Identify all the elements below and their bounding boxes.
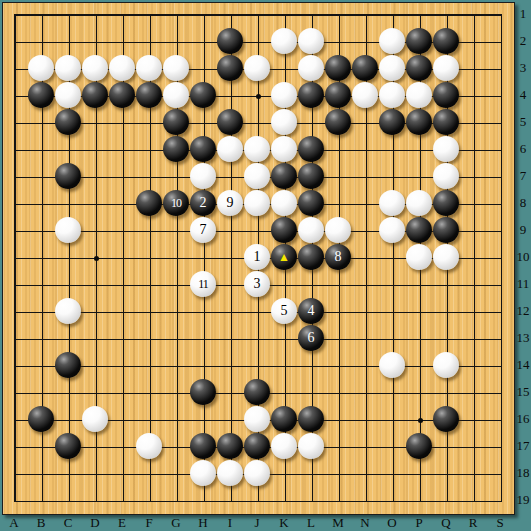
black-stone-G6[interactable] [163, 136, 189, 162]
move-number-7: 7 [200, 223, 207, 237]
white-stone-H7[interactable] [190, 163, 216, 189]
row-label-15: 15 [517, 384, 530, 400]
black-stone-I2[interactable] [217, 28, 243, 54]
column-label-R: R [469, 515, 478, 531]
white-stone-J10[interactable]: 1 [244, 244, 270, 270]
white-stone-K4[interactable] [271, 82, 297, 108]
white-stone-Q3[interactable] [433, 55, 459, 81]
white-stone-H9[interactable]: 7 [190, 217, 216, 243]
black-stone-L4[interactable] [298, 82, 324, 108]
column-label-N: N [360, 515, 369, 531]
white-stone-C3[interactable] [55, 55, 81, 81]
column-label-S: S [496, 515, 503, 531]
white-stone-O4[interactable] [379, 82, 405, 108]
column-label-F: F [145, 515, 152, 531]
row-label-12: 12 [517, 303, 530, 319]
white-stone-E3[interactable] [109, 55, 135, 81]
white-stone-J16[interactable] [244, 406, 270, 432]
black-stone-L12[interactable]: 4 [298, 298, 324, 324]
white-stone-J6[interactable] [244, 136, 270, 162]
row-label-1: 1 [520, 6, 527, 22]
black-stone-P17[interactable] [406, 433, 432, 459]
black-stone-H8[interactable]: 2 [190, 190, 216, 216]
white-stone-F3[interactable] [136, 55, 162, 81]
white-stone-C4[interactable] [55, 82, 81, 108]
black-stone-D4[interactable] [82, 82, 108, 108]
black-stone-G5[interactable] [163, 109, 189, 135]
row-label-4: 4 [520, 87, 527, 103]
white-stone-I8[interactable]: 9 [217, 190, 243, 216]
white-stone-J18[interactable] [244, 460, 270, 486]
row-label-16: 16 [517, 411, 530, 427]
white-stone-Q6[interactable] [433, 136, 459, 162]
black-stone-F8[interactable] [136, 190, 162, 216]
black-stone-C5[interactable] [55, 109, 81, 135]
column-label-M: M [332, 515, 344, 531]
black-stone-L16[interactable] [298, 406, 324, 432]
row-label-13: 13 [517, 330, 530, 346]
white-stone-J11[interactable]: 3 [244, 271, 270, 297]
row-label-8: 8 [520, 195, 527, 211]
white-stone-O9[interactable] [379, 217, 405, 243]
black-stone-M3[interactable] [325, 55, 351, 81]
black-stone-P9[interactable] [406, 217, 432, 243]
goban-wood: 102971▲8113546 [2, 2, 515, 515]
white-stone-L2[interactable] [298, 28, 324, 54]
black-stone-M5[interactable] [325, 109, 351, 135]
white-stone-C9[interactable] [55, 217, 81, 243]
black-stone-J15[interactable] [244, 379, 270, 405]
white-stone-O8[interactable] [379, 190, 405, 216]
black-stone-F4[interactable] [136, 82, 162, 108]
white-stone-H18[interactable] [190, 460, 216, 486]
white-stone-N4[interactable] [352, 82, 378, 108]
white-stone-K17[interactable] [271, 433, 297, 459]
black-stone-I5[interactable] [217, 109, 243, 135]
white-stone-I18[interactable] [217, 460, 243, 486]
black-stone-P5[interactable] [406, 109, 432, 135]
row-label-14: 14 [517, 357, 530, 373]
black-stone-Q2[interactable] [433, 28, 459, 54]
column-label-L: L [307, 515, 315, 531]
column-label-J: J [254, 515, 259, 531]
column-label-O: O [387, 515, 396, 531]
column-label-K: K [279, 515, 288, 531]
white-stone-K6[interactable] [271, 136, 297, 162]
black-stone-O5[interactable] [379, 109, 405, 135]
column-label-H: H [198, 515, 207, 531]
move-number-6: 6 [308, 331, 315, 345]
black-stone-B4[interactable] [28, 82, 54, 108]
black-stone-H6[interactable] [190, 136, 216, 162]
white-stone-L9[interactable] [298, 217, 324, 243]
black-stone-M10[interactable]: 8 [325, 244, 351, 270]
white-stone-K2[interactable] [271, 28, 297, 54]
black-stone-L8[interactable] [298, 190, 324, 216]
black-stone-C17[interactable] [55, 433, 81, 459]
white-stone-K5[interactable] [271, 109, 297, 135]
move-number-11: 11 [198, 278, 208, 290]
white-stone-I6[interactable] [217, 136, 243, 162]
black-stone-K9[interactable] [271, 217, 297, 243]
white-stone-J8[interactable] [244, 190, 270, 216]
white-stone-J3[interactable] [244, 55, 270, 81]
black-stone-L10[interactable] [298, 244, 324, 270]
star-point-P16 [418, 418, 423, 423]
white-stone-G4[interactable] [163, 82, 189, 108]
black-stone-L6[interactable] [298, 136, 324, 162]
row-label-19: 19 [517, 492, 530, 508]
black-stone-J17[interactable] [244, 433, 270, 459]
row-label-9: 9 [520, 222, 527, 238]
white-stone-P10[interactable] [406, 244, 432, 270]
white-stone-D16[interactable] [82, 406, 108, 432]
white-stone-Q14[interactable] [433, 352, 459, 378]
black-stone-Q5[interactable] [433, 109, 459, 135]
black-stone-H15[interactable] [190, 379, 216, 405]
move-number-8: 8 [335, 250, 342, 264]
white-stone-M9[interactable] [325, 217, 351, 243]
row-label-11: 11 [517, 276, 530, 292]
black-stone-P3[interactable] [406, 55, 432, 81]
white-stone-C12[interactable] [55, 298, 81, 324]
white-stone-L17[interactable] [298, 433, 324, 459]
white-stone-K8[interactable] [271, 190, 297, 216]
white-stone-K12[interactable]: 5 [271, 298, 297, 324]
row-label-18: 18 [517, 465, 530, 481]
white-stone-O14[interactable] [379, 352, 405, 378]
black-stone-Q9[interactable] [433, 217, 459, 243]
triangle-marker: ▲ [278, 251, 290, 263]
move-number-3: 3 [254, 277, 261, 291]
column-label-E: E [118, 515, 126, 531]
black-stone-K16[interactable] [271, 406, 297, 432]
white-stone-G3[interactable] [163, 55, 189, 81]
move-number-2: 2 [200, 196, 207, 210]
white-stone-D3[interactable] [82, 55, 108, 81]
black-stone-C14[interactable] [55, 352, 81, 378]
black-stone-Q8[interactable] [433, 190, 459, 216]
black-stone-B16[interactable] [28, 406, 54, 432]
black-stone-Q4[interactable] [433, 82, 459, 108]
black-stone-L7[interactable] [298, 163, 324, 189]
column-label-P: P [415, 515, 422, 531]
white-stone-L3[interactable] [298, 55, 324, 81]
column-label-A: A [9, 515, 18, 531]
black-stone-K7[interactable] [271, 163, 297, 189]
white-stone-F17[interactable] [136, 433, 162, 459]
white-stone-Q10[interactable] [433, 244, 459, 270]
column-label-I: I [228, 515, 232, 531]
star-point-D10 [94, 256, 99, 261]
go-board-frame: 102971▲8113546 ABCDEFGHIJKLMNOPQRS 12345… [0, 0, 531, 531]
black-stone-C7[interactable] [55, 163, 81, 189]
move-number-9: 9 [227, 196, 234, 210]
black-stone-M4[interactable] [325, 82, 351, 108]
star-point-J4 [256, 94, 261, 99]
move-number-4: 4 [308, 304, 315, 318]
black-stone-E4[interactable] [109, 82, 135, 108]
black-stone-L13[interactable]: 6 [298, 325, 324, 351]
black-stone-K10[interactable]: ▲ [271, 244, 297, 270]
column-label-G: G [171, 515, 180, 531]
black-stone-G8[interactable]: 10 [163, 190, 189, 216]
black-stone-I3[interactable] [217, 55, 243, 81]
white-stone-Q7[interactable] [433, 163, 459, 189]
move-number-5: 5 [281, 304, 288, 318]
column-label-D: D [90, 515, 99, 531]
black-stone-H17[interactable] [190, 433, 216, 459]
row-label-7: 7 [520, 168, 527, 184]
row-label-5: 5 [520, 114, 527, 130]
white-stone-H11[interactable]: 11 [190, 271, 216, 297]
white-stone-O3[interactable] [379, 55, 405, 81]
black-stone-P2[interactable] [406, 28, 432, 54]
black-stone-H4[interactable] [190, 82, 216, 108]
row-label-17: 17 [517, 438, 530, 454]
white-stone-J7[interactable] [244, 163, 270, 189]
white-stone-B3[interactable] [28, 55, 54, 81]
column-label-Q: Q [441, 515, 450, 531]
row-label-6: 6 [520, 141, 527, 157]
move-number-10: 10 [171, 197, 181, 209]
white-stone-P8[interactable] [406, 190, 432, 216]
column-label-C: C [64, 515, 73, 531]
row-label-3: 3 [520, 60, 527, 76]
white-stone-O2[interactable] [379, 28, 405, 54]
black-stone-I17[interactable] [217, 433, 243, 459]
black-stone-Q16[interactable] [433, 406, 459, 432]
move-number-1: 1 [254, 250, 261, 264]
black-stone-N3[interactable] [352, 55, 378, 81]
white-stone-P4[interactable] [406, 82, 432, 108]
row-label-10: 10 [517, 249, 530, 265]
column-label-B: B [37, 515, 46, 531]
row-label-2: 2 [520, 33, 527, 49]
